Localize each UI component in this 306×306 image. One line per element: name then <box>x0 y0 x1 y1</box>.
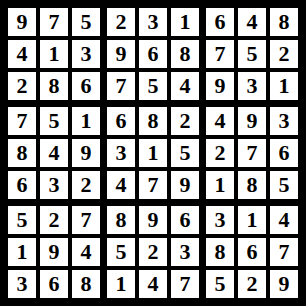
box-5: 493276185 <box>206 107 298 199</box>
cell-r2c6: 8 <box>171 40 199 68</box>
cell-r2c3: 3 <box>72 40 100 68</box>
cell-r6c9: 5 <box>270 171 298 199</box>
cell-r9c7: 5 <box>206 270 234 298</box>
cell-r1c6: 1 <box>171 8 199 36</box>
cell-r5c9: 6 <box>270 139 298 167</box>
box-3: 751849632 <box>8 107 100 199</box>
cell-r9c4: 1 <box>107 270 135 298</box>
cell-r6c5: 7 <box>139 171 167 199</box>
cell-r8c5: 2 <box>139 238 167 266</box>
box-4: 682315479 <box>107 107 199 199</box>
cell-r9c9: 9 <box>270 270 298 298</box>
cell-r7c9: 4 <box>270 206 298 234</box>
cell-r5c1: 8 <box>8 139 36 167</box>
cell-r3c4: 7 <box>107 72 135 100</box>
cell-r2c8: 5 <box>238 40 266 68</box>
cell-r2c2: 1 <box>40 40 68 68</box>
cell-r9c6: 7 <box>171 270 199 298</box>
cell-r7c4: 8 <box>107 206 135 234</box>
cell-r6c2: 3 <box>40 171 68 199</box>
cell-r2c9: 2 <box>270 40 298 68</box>
cell-r9c3: 8 <box>72 270 100 298</box>
cell-r4c8: 9 <box>238 107 266 135</box>
cell-r4c3: 1 <box>72 107 100 135</box>
cell-r5c5: 1 <box>139 139 167 167</box>
cell-r1c8: 4 <box>238 8 266 36</box>
cell-r6c4: 4 <box>107 171 135 199</box>
cell-r8c2: 9 <box>40 238 68 266</box>
cell-r6c3: 2 <box>72 171 100 199</box>
cell-r5c4: 3 <box>107 139 135 167</box>
cell-r8c6: 3 <box>171 238 199 266</box>
cell-r3c3: 6 <box>72 72 100 100</box>
cell-r5c3: 9 <box>72 139 100 167</box>
cell-r8c4: 5 <box>107 238 135 266</box>
cell-r1c7: 6 <box>206 8 234 36</box>
cell-r4c5: 8 <box>139 107 167 135</box>
cell-r2c1: 4 <box>8 40 36 68</box>
cell-r1c2: 7 <box>40 8 68 36</box>
cell-r4c2: 5 <box>40 107 68 135</box>
cell-r9c1: 3 <box>8 270 36 298</box>
cell-r4c9: 3 <box>270 107 298 135</box>
box-2: 648752931 <box>206 8 298 100</box>
cell-r7c6: 6 <box>171 206 199 234</box>
cell-r8c9: 7 <box>270 238 298 266</box>
cell-r7c1: 5 <box>8 206 36 234</box>
cell-r3c5: 5 <box>139 72 167 100</box>
cell-r3c7: 9 <box>206 72 234 100</box>
cell-r1c3: 5 <box>72 8 100 36</box>
cell-r8c8: 6 <box>238 238 266 266</box>
cell-r6c1: 6 <box>8 171 36 199</box>
cell-r7c2: 2 <box>40 206 68 234</box>
cell-r4c1: 7 <box>8 107 36 135</box>
cell-r1c9: 8 <box>270 8 298 36</box>
sudoku-screen: 9754132862319687546487529317518496326823… <box>0 0 306 306</box>
cell-r3c1: 2 <box>8 72 36 100</box>
cell-r9c5: 4 <box>139 270 167 298</box>
cell-r6c8: 8 <box>238 171 266 199</box>
cell-r3c9: 1 <box>270 72 298 100</box>
cell-r6c6: 9 <box>171 171 199 199</box>
cell-r4c4: 6 <box>107 107 135 135</box>
cell-r3c8: 3 <box>238 72 266 100</box>
cell-r5c2: 4 <box>40 139 68 167</box>
box-8: 314867529 <box>206 206 298 298</box>
cell-r8c3: 4 <box>72 238 100 266</box>
cell-r9c2: 6 <box>40 270 68 298</box>
sudoku-board: 9754132862319687546487529317518496326823… <box>8 8 298 298</box>
cell-r5c7: 2 <box>206 139 234 167</box>
cell-r4c7: 4 <box>206 107 234 135</box>
cell-r2c5: 6 <box>139 40 167 68</box>
box-0: 975413286 <box>8 8 100 100</box>
cell-r6c7: 1 <box>206 171 234 199</box>
cell-r5c8: 7 <box>238 139 266 167</box>
cell-r2c4: 9 <box>107 40 135 68</box>
cell-r7c8: 1 <box>238 206 266 234</box>
cell-r8c1: 1 <box>8 238 36 266</box>
cell-r3c2: 8 <box>40 72 68 100</box>
box-6: 527194368 <box>8 206 100 298</box>
box-7: 896523147 <box>107 206 199 298</box>
cell-r7c3: 7 <box>72 206 100 234</box>
cell-r7c5: 9 <box>139 206 167 234</box>
cell-r4c6: 2 <box>171 107 199 135</box>
cell-r1c5: 3 <box>139 8 167 36</box>
cell-r1c1: 9 <box>8 8 36 36</box>
cell-r7c7: 3 <box>206 206 234 234</box>
cell-r1c4: 2 <box>107 8 135 36</box>
cell-r8c7: 8 <box>206 238 234 266</box>
cell-r9c8: 2 <box>238 270 266 298</box>
cell-r3c6: 4 <box>171 72 199 100</box>
cell-r2c7: 7 <box>206 40 234 68</box>
box-1: 231968754 <box>107 8 199 100</box>
cell-r5c6: 5 <box>171 139 199 167</box>
